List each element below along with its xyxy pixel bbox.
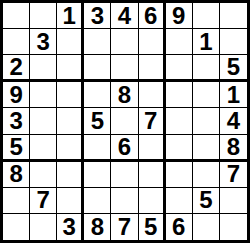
cell-r5c9-given[interactable]: 4: [220, 108, 247, 134]
cell-r3c9-given[interactable]: 5: [220, 55, 247, 82]
cell-r4c3-empty[interactable]: [57, 82, 84, 108]
cell-r3c7-empty[interactable]: [166, 55, 193, 82]
cell-r2c1-empty[interactable]: [3, 29, 30, 55]
cell-r9c6-given[interactable]: 5: [139, 214, 166, 240]
cell-r5c8-empty[interactable]: [193, 108, 220, 134]
cell-r7c2-empty[interactable]: [30, 162, 57, 188]
cell-r2c5-empty[interactable]: [111, 29, 138, 55]
cell-r8c7-empty[interactable]: [166, 188, 193, 214]
cell-r7c5-empty[interactable]: [111, 162, 138, 188]
cell-r7c3-empty[interactable]: [57, 162, 84, 188]
cell-r4c9-given[interactable]: 1: [220, 82, 247, 108]
cell-r8c4-empty[interactable]: [84, 188, 111, 214]
cell-r3c4-empty[interactable]: [84, 55, 111, 82]
cell-r5c2-empty[interactable]: [30, 108, 57, 134]
cell-r2c7-empty[interactable]: [166, 29, 193, 55]
cell-r4c4-empty[interactable]: [84, 82, 111, 108]
cell-r9c7-given[interactable]: 6: [166, 214, 193, 240]
cell-r1c9-empty[interactable]: [220, 3, 247, 29]
cell-r8c8-given[interactable]: 5: [193, 188, 220, 214]
cell-r9c3-given[interactable]: 3: [57, 214, 84, 240]
cell-r8c2-given[interactable]: 7: [30, 188, 57, 214]
cell-r6c2-empty[interactable]: [30, 135, 57, 162]
cell-r8c1-empty[interactable]: [3, 188, 30, 214]
cell-r2c2-given[interactable]: 3: [30, 29, 57, 55]
cell-r1c6-given[interactable]: 6: [139, 3, 166, 29]
cell-r3c8-empty[interactable]: [193, 55, 220, 82]
cell-r6c6-empty[interactable]: [139, 135, 166, 162]
sudoku-puzzle: 1346931259813574568877538756: [0, 0, 250, 243]
cell-r4c5-given[interactable]: 8: [111, 82, 138, 108]
cell-r2c9-empty[interactable]: [220, 29, 247, 55]
cell-r5c5-empty[interactable]: [111, 108, 138, 134]
cell-r6c4-empty[interactable]: [84, 135, 111, 162]
cell-r7c8-empty[interactable]: [193, 162, 220, 188]
cell-r3c5-empty[interactable]: [111, 55, 138, 82]
cell-r4c7-empty[interactable]: [166, 82, 193, 108]
cell-r1c1-empty[interactable]: [3, 3, 30, 29]
cell-r9c8-empty[interactable]: [193, 214, 220, 240]
cell-r7c9-given[interactable]: 7: [220, 162, 247, 188]
cell-r3c1-given[interactable]: 2: [3, 55, 30, 82]
cell-r7c6-empty[interactable]: [139, 162, 166, 188]
cell-r1c4-given[interactable]: 3: [84, 3, 111, 29]
cell-r9c2-empty[interactable]: [30, 214, 57, 240]
cell-r6c7-empty[interactable]: [166, 135, 193, 162]
cell-r2c8-given[interactable]: 1: [193, 29, 220, 55]
cell-r7c7-empty[interactable]: [166, 162, 193, 188]
cell-r9c1-empty[interactable]: [3, 214, 30, 240]
cell-r8c3-empty[interactable]: [57, 188, 84, 214]
cell-r1c5-given[interactable]: 4: [111, 3, 138, 29]
cell-r1c3-given[interactable]: 1: [57, 3, 84, 29]
cell-r6c5-given[interactable]: 6: [111, 135, 138, 162]
cell-r9c9-empty[interactable]: [220, 214, 247, 240]
cell-r3c6-empty[interactable]: [139, 55, 166, 82]
cell-r3c3-empty[interactable]: [57, 55, 84, 82]
cell-r4c2-empty[interactable]: [30, 82, 57, 108]
cell-r1c2-empty[interactable]: [30, 3, 57, 29]
cell-r4c1-given[interactable]: 9: [3, 82, 30, 108]
cell-r5c6-given[interactable]: 7: [139, 108, 166, 134]
cell-r8c5-empty[interactable]: [111, 188, 138, 214]
cell-r6c3-empty[interactable]: [57, 135, 84, 162]
cell-r6c1-given[interactable]: 5: [3, 135, 30, 162]
cell-r5c3-empty[interactable]: [57, 108, 84, 134]
cell-r9c5-given[interactable]: 7: [111, 214, 138, 240]
cell-r4c6-empty[interactable]: [139, 82, 166, 108]
cell-r1c8-empty[interactable]: [193, 3, 220, 29]
cell-r4c8-empty[interactable]: [193, 82, 220, 108]
cell-r6c8-empty[interactable]: [193, 135, 220, 162]
cell-r8c9-empty[interactable]: [220, 188, 247, 214]
cell-r2c3-empty[interactable]: [57, 29, 84, 55]
cell-r5c7-empty[interactable]: [166, 108, 193, 134]
cell-r1c7-given[interactable]: 9: [166, 3, 193, 29]
cell-r6c9-given[interactable]: 8: [220, 135, 247, 162]
cell-r3c2-empty[interactable]: [30, 55, 57, 82]
cell-r8c6-empty[interactable]: [139, 188, 166, 214]
cell-r9c4-given[interactable]: 8: [84, 214, 111, 240]
cell-r2c6-empty[interactable]: [139, 29, 166, 55]
cell-r5c4-given[interactable]: 5: [84, 108, 111, 134]
cell-r7c1-given[interactable]: 8: [3, 162, 30, 188]
cell-r2c4-empty[interactable]: [84, 29, 111, 55]
sudoku-board: 1346931259813574568877538756: [0, 0, 250, 243]
cell-r5c1-given[interactable]: 3: [3, 108, 30, 134]
cell-r7c4-empty[interactable]: [84, 162, 111, 188]
